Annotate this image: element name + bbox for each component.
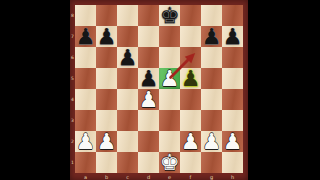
square-e4[interactable] [159, 89, 180, 110]
square-f6[interactable] [180, 47, 201, 68]
square-e8[interactable]: ♚ [159, 5, 180, 26]
square-e7[interactable] [159, 26, 180, 47]
square-c8[interactable] [117, 5, 138, 26]
file-label-a: a [75, 173, 96, 180]
piece-black-pawn-h7[interactable]: ♟ [223, 26, 243, 47]
piece-black-pawn-g7[interactable]: ♟ [202, 26, 222, 47]
square-e6[interactable] [159, 47, 180, 68]
square-e2[interactable] [159, 131, 180, 152]
piece-black-pawn-d5[interactable]: ♟ [139, 68, 159, 89]
square-g2[interactable]: ♟ [201, 131, 222, 152]
square-d1[interactable] [138, 152, 159, 173]
square-c1[interactable] [117, 152, 138, 173]
square-b4[interactable] [96, 89, 117, 110]
square-a6[interactable] [75, 47, 96, 68]
square-d5[interactable]: ♟ [138, 68, 159, 89]
square-g3[interactable] [201, 110, 222, 131]
square-d8[interactable] [138, 5, 159, 26]
file-label-c: c [117, 173, 138, 180]
square-h8[interactable] [222, 5, 243, 26]
piece-black-pawn-a7[interactable]: ♟ [76, 26, 96, 47]
square-g5[interactable] [201, 68, 222, 89]
square-a1[interactable] [75, 152, 96, 173]
piece-black-pawn-b7[interactable]: ♟ [97, 26, 117, 47]
square-d3[interactable] [138, 110, 159, 131]
square-f8[interactable] [180, 5, 201, 26]
square-f1[interactable] [180, 152, 201, 173]
piece-white-pawn-b2[interactable]: ♟ [97, 131, 117, 152]
board-frame: ♚♟♟♟♟♟♟♟♟♟♟♟♟♟♟♚ 87654321abcdefgh [70, 0, 248, 180]
square-d7[interactable] [138, 26, 159, 47]
square-b3[interactable] [96, 110, 117, 131]
piece-white-pawn-g2[interactable]: ♟ [202, 131, 222, 152]
piece-white-pawn-e5[interactable]: ♟ [160, 68, 180, 89]
square-h1[interactable] [222, 152, 243, 173]
square-g6[interactable] [201, 47, 222, 68]
square-f3[interactable] [180, 110, 201, 131]
piece-white-king-e1[interactable]: ♚ [160, 152, 180, 173]
file-label-f: f [180, 173, 201, 180]
square-b2[interactable]: ♟ [96, 131, 117, 152]
file-label-h: h [222, 173, 243, 180]
file-label-g: g [201, 173, 222, 180]
square-e1[interactable]: ♚ [159, 152, 180, 173]
square-h4[interactable] [222, 89, 243, 110]
square-a2[interactable]: ♟ [75, 131, 96, 152]
square-b1[interactable] [96, 152, 117, 173]
square-g8[interactable] [201, 5, 222, 26]
piece-black-king-e8[interactable]: ♚ [160, 5, 180, 26]
square-b6[interactable] [96, 47, 117, 68]
square-c6[interactable]: ♟ [117, 47, 138, 68]
square-a4[interactable] [75, 89, 96, 110]
square-a5[interactable] [75, 68, 96, 89]
square-c7[interactable] [117, 26, 138, 47]
square-c4[interactable] [117, 89, 138, 110]
square-d6[interactable] [138, 47, 159, 68]
square-c3[interactable] [117, 110, 138, 131]
square-a8[interactable] [75, 5, 96, 26]
chess-app-screenshot: { "game": "chess", "scene": "chess diagr… [0, 0, 320, 180]
square-a7[interactable]: ♟ [75, 26, 96, 47]
square-g4[interactable] [201, 89, 222, 110]
piece-white-pawn-d4[interactable]: ♟ [139, 89, 159, 110]
piece-black-pawn-c6[interactable]: ♟ [118, 47, 138, 68]
letterbox-right [248, 0, 320, 180]
square-h6[interactable] [222, 47, 243, 68]
piece-white-pawn-h2[interactable]: ♟ [223, 131, 243, 152]
chess-board: ♚♟♟♟♟♟♟♟♟♟♟♟♟♟♟♚ [75, 5, 243, 173]
file-label-d: d [138, 173, 159, 180]
square-d4[interactable]: ♟ [138, 89, 159, 110]
piece-black-pawn-f5[interactable]: ♟ [181, 68, 201, 89]
piece-white-pawn-a2[interactable]: ♟ [76, 131, 96, 152]
square-h2[interactable]: ♟ [222, 131, 243, 152]
file-label-b: b [96, 173, 117, 180]
square-c5[interactable] [117, 68, 138, 89]
piece-white-pawn-f2[interactable]: ♟ [181, 131, 201, 152]
letterbox-left [0, 0, 70, 180]
square-b7[interactable]: ♟ [96, 26, 117, 47]
square-c2[interactable] [117, 131, 138, 152]
square-a3[interactable] [75, 110, 96, 131]
square-b5[interactable] [96, 68, 117, 89]
square-f7[interactable] [180, 26, 201, 47]
square-h5[interactable] [222, 68, 243, 89]
square-h7[interactable]: ♟ [222, 26, 243, 47]
square-g1[interactable] [201, 152, 222, 173]
square-e5[interactable]: ♟ [159, 68, 180, 89]
square-d2[interactable] [138, 131, 159, 152]
square-e3[interactable] [159, 110, 180, 131]
square-f2[interactable]: ♟ [180, 131, 201, 152]
square-f4[interactable] [180, 89, 201, 110]
square-h3[interactable] [222, 110, 243, 131]
square-g7[interactable]: ♟ [201, 26, 222, 47]
square-f5[interactable]: ♟ [180, 68, 201, 89]
square-b8[interactable] [96, 5, 117, 26]
